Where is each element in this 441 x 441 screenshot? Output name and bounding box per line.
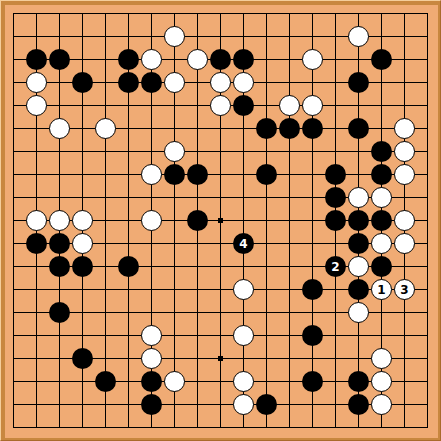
black-stone (256, 164, 277, 185)
black-stone (325, 187, 346, 208)
white-stone (164, 141, 185, 162)
white-stone (187, 49, 208, 70)
star-point (218, 356, 223, 361)
white-stone (141, 348, 162, 369)
white-stone (371, 394, 392, 415)
black-stone (371, 256, 392, 277)
black-stone (302, 325, 323, 346)
white-stone (348, 26, 369, 47)
black-stone (256, 118, 277, 139)
black-stone (141, 394, 162, 415)
white-stone (394, 118, 415, 139)
black-stone (348, 394, 369, 415)
white-stone (394, 210, 415, 231)
white-stone (164, 26, 185, 47)
black-stone (233, 95, 254, 116)
black-stone (49, 233, 70, 254)
white-stone (49, 118, 70, 139)
black-stone (348, 210, 369, 231)
black-stone (371, 141, 392, 162)
white-stone (233, 279, 254, 300)
black-stone (118, 72, 139, 93)
black-stone (141, 72, 162, 93)
black-stone (72, 256, 93, 277)
black-stone (72, 72, 93, 93)
white-stone (72, 233, 93, 254)
move-1-stone-white: 1 (371, 279, 392, 300)
black-stone (348, 233, 369, 254)
white-stone (26, 210, 47, 231)
black-stone (371, 210, 392, 231)
black-stone (302, 279, 323, 300)
white-stone (141, 49, 162, 70)
black-stone (256, 394, 277, 415)
black-stone (302, 371, 323, 392)
white-stone (164, 371, 185, 392)
white-stone (210, 72, 231, 93)
white-stone (141, 325, 162, 346)
black-stone (325, 210, 346, 231)
black-stone (233, 49, 254, 70)
move-4-stone-black: 4 (233, 233, 254, 254)
move-3-stone-white: 3 (394, 279, 415, 300)
black-stone (187, 164, 208, 185)
black-stone (348, 72, 369, 93)
black-stone (118, 256, 139, 277)
white-stone (141, 210, 162, 231)
black-stone (325, 164, 346, 185)
black-stone (95, 371, 116, 392)
black-stone (164, 164, 185, 185)
white-stone (371, 187, 392, 208)
white-stone (348, 256, 369, 277)
black-stone (279, 118, 300, 139)
white-stone (72, 210, 93, 231)
white-stone (302, 95, 323, 116)
black-stone (26, 233, 47, 254)
move-2-stone-black: 2 (325, 256, 346, 277)
white-stone (348, 187, 369, 208)
white-stone (302, 49, 323, 70)
white-stone (141, 164, 162, 185)
black-stone (26, 49, 47, 70)
white-stone (394, 233, 415, 254)
white-stone (233, 72, 254, 93)
go-board: 4213 (0, 0, 441, 441)
black-stone (118, 49, 139, 70)
black-stone (348, 118, 369, 139)
black-stone (348, 371, 369, 392)
black-stone (371, 164, 392, 185)
white-stone (371, 233, 392, 254)
black-stone (371, 49, 392, 70)
white-stone (279, 95, 300, 116)
black-stone (210, 49, 231, 70)
white-stone (348, 302, 369, 323)
black-stone (302, 118, 323, 139)
white-stone (26, 95, 47, 116)
white-stone (210, 95, 231, 116)
black-stone (49, 49, 70, 70)
black-stone (141, 371, 162, 392)
white-stone (371, 348, 392, 369)
white-stone (233, 325, 254, 346)
white-stone (164, 72, 185, 93)
white-stone (49, 210, 70, 231)
white-stone (394, 141, 415, 162)
black-stone (187, 210, 208, 231)
black-stone (348, 279, 369, 300)
white-stone (233, 394, 254, 415)
white-stone (26, 72, 47, 93)
star-point (218, 218, 223, 223)
black-stone (49, 256, 70, 277)
white-stone (394, 164, 415, 185)
go-board-face[interactable]: 4213 (5, 5, 438, 438)
white-stone (371, 371, 392, 392)
black-stone (72, 348, 93, 369)
black-stone (49, 302, 70, 323)
white-stone (233, 371, 254, 392)
white-stone (95, 118, 116, 139)
